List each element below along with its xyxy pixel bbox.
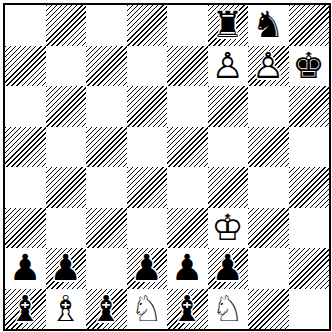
- black-rook: ♜: [208, 5, 249, 46]
- square-h1[interactable]: [289, 289, 330, 330]
- white-pawn-icon: ♙: [248, 46, 289, 87]
- square-b1[interactable]: ♝♗: [46, 289, 87, 330]
- square-d5[interactable]: [127, 127, 168, 168]
- black-pawn: ♟: [167, 248, 208, 289]
- black-pawn: ♟: [46, 248, 87, 289]
- square-g1[interactable]: [248, 289, 289, 330]
- square-b5[interactable]: [46, 127, 87, 168]
- square-f5[interactable]: [208, 127, 249, 168]
- black-bishop-icon: ♝: [5, 289, 46, 330]
- square-f2[interactable]: ♟: [208, 248, 249, 289]
- white-pawn-icon: ♙: [208, 46, 249, 87]
- black-pawn-icon: ♟: [5, 248, 46, 289]
- black-pawn: ♟: [208, 248, 249, 289]
- square-b7[interactable]: [46, 46, 87, 87]
- white-bishop: ♝♗: [46, 289, 87, 330]
- white-pawn: ♟♙: [208, 46, 249, 87]
- black-rook-icon: ♜: [208, 5, 249, 46]
- square-c7[interactable]: [86, 46, 127, 87]
- square-e2[interactable]: ♟: [167, 248, 208, 289]
- white-knight-icon: ♘: [208, 289, 249, 330]
- square-c3[interactable]: [86, 208, 127, 249]
- black-king-icon: ♚: [289, 46, 330, 87]
- square-f8[interactable]: ♜: [208, 5, 249, 46]
- square-g2[interactable]: [248, 248, 289, 289]
- white-knight: ♞♘: [208, 289, 249, 330]
- square-b4[interactable]: [46, 167, 87, 208]
- square-b6[interactable]: [46, 86, 87, 127]
- square-g3[interactable]: [248, 208, 289, 249]
- square-d1[interactable]: ♞♘: [127, 289, 168, 330]
- black-knight-icon: ♞: [248, 5, 289, 46]
- square-c6[interactable]: [86, 86, 127, 127]
- square-c5[interactable]: [86, 127, 127, 168]
- white-king: ♚♔: [208, 208, 249, 249]
- square-a3[interactable]: [5, 208, 46, 249]
- square-c8[interactable]: [86, 5, 127, 46]
- chess-board: ♜♞♟♙♟♙♚♚♔♟♟♟♟♟♝♝♗♝♞♘♝♞♘: [3, 3, 331, 331]
- square-b3[interactable]: [46, 208, 87, 249]
- square-g4[interactable]: [248, 167, 289, 208]
- square-g7[interactable]: ♟♙: [248, 46, 289, 87]
- square-b2[interactable]: ♟: [46, 248, 87, 289]
- black-bishop: ♝: [5, 289, 46, 330]
- square-h4[interactable]: [289, 167, 330, 208]
- white-king-icon: ♔: [208, 208, 249, 249]
- black-bishop-icon: ♝: [167, 289, 208, 330]
- square-a4[interactable]: [5, 167, 46, 208]
- square-e8[interactable]: [167, 5, 208, 46]
- white-pawn: ♟♙: [248, 46, 289, 87]
- square-g8[interactable]: ♞: [248, 5, 289, 46]
- white-knight-icon: ♘: [127, 289, 168, 330]
- square-e6[interactable]: [167, 86, 208, 127]
- square-a5[interactable]: [5, 127, 46, 168]
- square-d7[interactable]: [127, 46, 168, 87]
- square-h5[interactable]: [289, 127, 330, 168]
- square-c4[interactable]: [86, 167, 127, 208]
- square-f6[interactable]: [208, 86, 249, 127]
- square-d2[interactable]: ♟: [127, 248, 168, 289]
- black-pawn-icon: ♟: [167, 248, 208, 289]
- black-bishop-icon: ♝: [86, 289, 127, 330]
- black-pawn-icon: ♟: [127, 248, 168, 289]
- square-d6[interactable]: [127, 86, 168, 127]
- square-e1[interactable]: ♝: [167, 289, 208, 330]
- square-e4[interactable]: [167, 167, 208, 208]
- square-h7[interactable]: ♚: [289, 46, 330, 87]
- white-knight: ♞♘: [127, 289, 168, 330]
- black-pawn: ♟: [5, 248, 46, 289]
- square-h8[interactable]: [289, 5, 330, 46]
- square-h3[interactable]: [289, 208, 330, 249]
- black-bishop: ♝: [86, 289, 127, 330]
- white-bishop-icon: ♗: [46, 289, 87, 330]
- square-g5[interactable]: [248, 127, 289, 168]
- square-a7[interactable]: [5, 46, 46, 87]
- square-h2[interactable]: [289, 248, 330, 289]
- square-b8[interactable]: [46, 5, 87, 46]
- black-pawn-icon: ♟: [208, 248, 249, 289]
- square-e5[interactable]: [167, 127, 208, 168]
- square-g6[interactable]: [248, 86, 289, 127]
- square-f4[interactable]: [208, 167, 249, 208]
- square-a6[interactable]: [5, 86, 46, 127]
- black-knight: ♞: [248, 5, 289, 46]
- square-a8[interactable]: [5, 5, 46, 46]
- square-d8[interactable]: [127, 5, 168, 46]
- square-f7[interactable]: ♟♙: [208, 46, 249, 87]
- black-pawn: ♟: [127, 248, 168, 289]
- black-bishop: ♝: [167, 289, 208, 330]
- chess-diagram: ♜♞♟♙♟♙♚♚♔♟♟♟♟♟♝♝♗♝♞♘♝♞♘: [0, 0, 332, 332]
- square-c1[interactable]: ♝: [86, 289, 127, 330]
- black-king: ♚: [289, 46, 330, 87]
- square-e7[interactable]: [167, 46, 208, 87]
- square-c2[interactable]: [86, 248, 127, 289]
- square-f3[interactable]: ♚♔: [208, 208, 249, 249]
- square-d4[interactable]: [127, 167, 168, 208]
- square-f1[interactable]: ♞♘: [208, 289, 249, 330]
- square-h6[interactable]: [289, 86, 330, 127]
- square-d3[interactable]: [127, 208, 168, 249]
- square-e3[interactable]: [167, 208, 208, 249]
- black-pawn-icon: ♟: [46, 248, 87, 289]
- square-a2[interactable]: ♟: [5, 248, 46, 289]
- square-a1[interactable]: ♝: [5, 289, 46, 330]
